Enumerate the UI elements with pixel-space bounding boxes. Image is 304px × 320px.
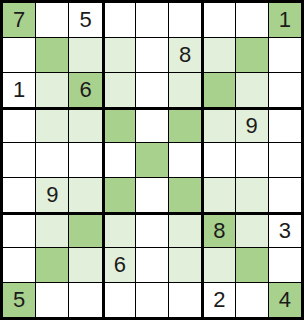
cell-r2c8[interactable]: [236, 38, 268, 72]
cell-r4c6[interactable]: [169, 108, 201, 142]
cell-r3c9[interactable]: [269, 73, 301, 107]
cell-r2c4[interactable]: [103, 38, 135, 72]
cell-r4c2[interactable]: [36, 108, 68, 142]
cell-r6c3[interactable]: [69, 178, 101, 212]
cell-r4c4[interactable]: [103, 108, 135, 142]
cell-r8c2[interactable]: [36, 248, 68, 282]
cell-r4c5[interactable]: [136, 108, 168, 142]
cell-r3c8[interactable]: [236, 73, 268, 107]
cell-r9c2[interactable]: [36, 283, 68, 317]
cell-r8c6[interactable]: [169, 248, 201, 282]
cell-r6c4[interactable]: [103, 178, 135, 212]
cell-r8c3[interactable]: [69, 248, 101, 282]
cell-r6c8[interactable]: [236, 178, 268, 212]
cell-r8c1[interactable]: [3, 248, 35, 282]
cell-r6c9[interactable]: [269, 178, 301, 212]
cell-r2c5[interactable]: [136, 38, 168, 72]
cell-r2c1[interactable]: [3, 38, 35, 72]
cell-r8c9[interactable]: [269, 248, 301, 282]
cell-r8c8[interactable]: [236, 248, 268, 282]
cell-r6c1[interactable]: [3, 178, 35, 212]
cell-r8c4[interactable]: 6: [103, 248, 135, 282]
cell-r7c4[interactable]: [103, 213, 135, 247]
cell-r7c5[interactable]: [136, 213, 168, 247]
cell-r1c9[interactable]: 1: [269, 3, 301, 37]
cell-r4c9[interactable]: [269, 108, 301, 142]
cell-r2c7[interactable]: [202, 38, 234, 72]
cell-r9c8[interactable]: [236, 283, 268, 317]
cell-r8c7[interactable]: [202, 248, 234, 282]
cell-r1c6[interactable]: [169, 3, 201, 37]
cell-r7c1[interactable]: [3, 213, 35, 247]
cell-r1c2[interactable]: [36, 3, 68, 37]
cell-r9c7[interactable]: 2: [202, 283, 234, 317]
cell-r5c8[interactable]: [236, 143, 268, 177]
cell-r5c9[interactable]: [269, 143, 301, 177]
cell-r2c9[interactable]: [269, 38, 301, 72]
cell-r4c7[interactable]: [202, 108, 234, 142]
cell-r3c7[interactable]: [202, 73, 234, 107]
cell-r7c9[interactable]: 3: [269, 213, 301, 247]
cell-r5c1[interactable]: [3, 143, 35, 177]
cell-r2c2[interactable]: [36, 38, 68, 72]
cell-r1c5[interactable]: [136, 3, 168, 37]
cell-r9c1[interactable]: 5: [3, 283, 35, 317]
cell-r2c6[interactable]: 8: [169, 38, 201, 72]
cell-r5c2[interactable]: [36, 143, 68, 177]
cell-r5c3[interactable]: [69, 143, 101, 177]
cell-r7c7[interactable]: 8: [202, 213, 234, 247]
sudoku-page: 75181699836524: [0, 0, 304, 320]
cell-r1c4[interactable]: [103, 3, 135, 37]
cell-r1c1[interactable]: 7: [3, 3, 35, 37]
cell-r5c6[interactable]: [169, 143, 201, 177]
cell-r4c3[interactable]: [69, 108, 101, 142]
cell-r9c5[interactable]: [136, 283, 168, 317]
cell-r9c4[interactable]: [103, 283, 135, 317]
cell-r7c2[interactable]: [36, 213, 68, 247]
cell-r9c3[interactable]: [69, 283, 101, 317]
cell-r5c5[interactable]: [136, 143, 168, 177]
cell-r5c7[interactable]: [202, 143, 234, 177]
cell-r1c3[interactable]: 5: [69, 3, 101, 37]
cell-r8c5[interactable]: [136, 248, 168, 282]
cell-r6c5[interactable]: [136, 178, 168, 212]
cell-r3c4[interactable]: [103, 73, 135, 107]
cell-r3c3[interactable]: 6: [69, 73, 101, 107]
cell-r9c6[interactable]: [169, 283, 201, 317]
cell-r4c8[interactable]: 9: [236, 108, 268, 142]
cell-r7c8[interactable]: [236, 213, 268, 247]
cell-r7c6[interactable]: [169, 213, 201, 247]
cell-r1c8[interactable]: [236, 3, 268, 37]
cell-r3c1[interactable]: 1: [3, 73, 35, 107]
sudoku-board: 75181699836524: [0, 0, 304, 320]
cell-r6c2[interactable]: 9: [36, 178, 68, 212]
cell-r4c1[interactable]: [3, 108, 35, 142]
cell-r5c4[interactable]: [103, 143, 135, 177]
cell-r3c2[interactable]: [36, 73, 68, 107]
cell-r3c5[interactable]: [136, 73, 168, 107]
cell-r7c3[interactable]: [69, 213, 101, 247]
cell-r6c6[interactable]: [169, 178, 201, 212]
cell-r3c6[interactable]: [169, 73, 201, 107]
cell-r9c9[interactable]: 4: [269, 283, 301, 317]
cell-r1c7[interactable]: [202, 3, 234, 37]
cell-r2c3[interactable]: [69, 38, 101, 72]
cell-r6c7[interactable]: [202, 178, 234, 212]
